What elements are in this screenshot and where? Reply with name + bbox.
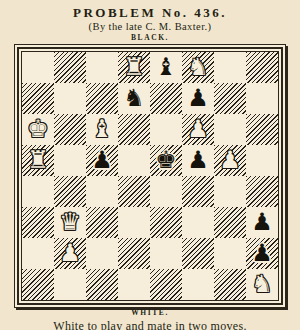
square-e1[interactable]: [150, 269, 182, 300]
square-e8[interactable]: ♝: [150, 52, 182, 83]
square-a4[interactable]: [22, 176, 54, 207]
square-h2[interactable]: ♟: [246, 238, 278, 269]
square-c8[interactable]: [86, 52, 118, 83]
square-b3[interactable]: ♛: [54, 207, 86, 238]
square-c5[interactable]: ♟: [86, 145, 118, 176]
square-a7[interactable]: [22, 83, 54, 114]
piece-white-pawn-g5: ♟: [219, 145, 241, 176]
square-d5[interactable]: [118, 145, 150, 176]
square-d7[interactable]: ♞: [118, 83, 150, 114]
piece-black-pawn-f5: ♟: [187, 145, 209, 176]
square-g4[interactable]: [214, 176, 246, 207]
square-c2[interactable]: [86, 238, 118, 269]
square-e5[interactable]: ♚: [150, 145, 182, 176]
square-g5[interactable]: ♟: [214, 145, 246, 176]
square-d2[interactable]: [118, 238, 150, 269]
square-e3[interactable]: [150, 207, 182, 238]
square-a2[interactable]: [22, 238, 54, 269]
square-a6[interactable]: ♚: [22, 114, 54, 145]
problem-title: PROBLEM No. 436.: [0, 5, 300, 20]
piece-white-knight-h1: ♞: [251, 269, 273, 300]
stipulation-caption: White to play and mate in two moves.: [0, 319, 300, 330]
square-c4[interactable]: [86, 176, 118, 207]
piece-white-rook-d8: ♜: [123, 52, 145, 83]
chess-board: ♜♝♞♞♟♚♝♟♜♟♚♟♟♛♟♟♟♞: [21, 51, 279, 301]
board-outer-frame: ♜♝♞♞♟♚♝♟♜♟♚♟♟♛♟♟♟♞: [14, 44, 286, 308]
square-c3[interactable]: [86, 207, 118, 238]
square-f7[interactable]: ♟: [182, 83, 214, 114]
square-a1[interactable]: [22, 269, 54, 300]
square-f2[interactable]: [182, 238, 214, 269]
piece-black-knight-d7: ♞: [123, 83, 145, 114]
piece-black-pawn-h2: ♟: [251, 238, 273, 269]
square-c7[interactable]: [86, 83, 118, 114]
square-h5[interactable]: [246, 145, 278, 176]
white-side-label: WHITE.: [0, 308, 300, 318]
square-d8[interactable]: ♜: [118, 52, 150, 83]
square-d4[interactable]: [118, 176, 150, 207]
square-g8[interactable]: [214, 52, 246, 83]
problem-byline: (By the late C. M. Baxter.): [0, 20, 300, 33]
square-g6[interactable]: [214, 114, 246, 145]
square-f4[interactable]: [182, 176, 214, 207]
square-b1[interactable]: [54, 269, 86, 300]
square-a8[interactable]: [22, 52, 54, 83]
square-h3[interactable]: ♟: [246, 207, 278, 238]
square-e7[interactable]: [150, 83, 182, 114]
square-d6[interactable]: [118, 114, 150, 145]
square-b8[interactable]: [54, 52, 86, 83]
piece-white-pawn-f6: ♟: [187, 114, 209, 145]
black-side-label: BLACK.: [0, 33, 300, 43]
piece-black-bishop-e8: ♝: [155, 52, 177, 83]
square-d3[interactable]: [118, 207, 150, 238]
piece-black-pawn-h3: ♟: [251, 207, 273, 238]
piece-white-rook-a5: ♜: [27, 145, 49, 176]
square-b5[interactable]: [54, 145, 86, 176]
piece-white-knight-f8: ♞: [187, 52, 209, 83]
piece-white-queen-b3: ♛: [59, 207, 81, 238]
square-b2[interactable]: ♟: [54, 238, 86, 269]
square-f1[interactable]: [182, 269, 214, 300]
square-h4[interactable]: [246, 176, 278, 207]
diagram-footer: WHITE. White to play and mate in two mov…: [0, 308, 300, 330]
piece-black-pawn-c5: ♟: [91, 145, 113, 176]
square-g7[interactable]: [214, 83, 246, 114]
square-b4[interactable]: [54, 176, 86, 207]
square-h7[interactable]: [246, 83, 278, 114]
board-area: ♜♝♞♞♟♚♝♟♜♟♚♟♟♛♟♟♟♞: [0, 44, 300, 308]
square-b6[interactable]: [54, 114, 86, 145]
square-b7[interactable]: [54, 83, 86, 114]
board-inner-frame: ♜♝♞♞♟♚♝♟♜♟♚♟♟♛♟♟♟♞: [17, 47, 283, 305]
square-h1[interactable]: ♞: [246, 269, 278, 300]
piece-black-pawn-f7: ♟: [187, 83, 209, 114]
diagram-header: PROBLEM No. 436. (By the late C. M. Baxt…: [0, 0, 300, 43]
piece-black-king-e5: ♚: [155, 145, 177, 176]
piece-white-bishop-c6: ♝: [91, 114, 113, 145]
square-g1[interactable]: [214, 269, 246, 300]
square-a3[interactable]: [22, 207, 54, 238]
square-e2[interactable]: [150, 238, 182, 269]
square-h8[interactable]: [246, 52, 278, 83]
piece-white-king-a6: ♚: [27, 114, 49, 145]
square-a5[interactable]: ♜: [22, 145, 54, 176]
square-e4[interactable]: [150, 176, 182, 207]
piece-white-pawn-b2: ♟: [59, 238, 81, 269]
square-f5[interactable]: ♟: [182, 145, 214, 176]
square-d1[interactable]: [118, 269, 150, 300]
square-g2[interactable]: [214, 238, 246, 269]
square-c6[interactable]: ♝: [86, 114, 118, 145]
square-e6[interactable]: [150, 114, 182, 145]
square-f8[interactable]: ♞: [182, 52, 214, 83]
square-f6[interactable]: ♟: [182, 114, 214, 145]
square-h6[interactable]: [246, 114, 278, 145]
square-c1[interactable]: [86, 269, 118, 300]
square-g3[interactable]: [214, 207, 246, 238]
square-f3[interactable]: [182, 207, 214, 238]
